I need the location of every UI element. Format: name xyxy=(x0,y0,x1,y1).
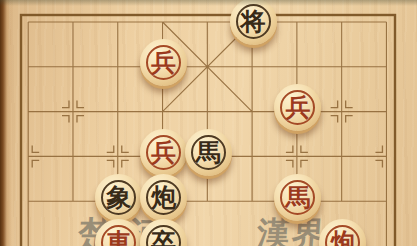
piece-black-elephant[interactable]: 象 xyxy=(95,174,142,221)
piece-ring: 兵 xyxy=(280,90,315,125)
piece-black-cannon[interactable]: 炮 xyxy=(140,174,187,221)
piece-glyph-chariot: 車 xyxy=(106,230,131,246)
piece-red-soldier[interactable]: 兵 xyxy=(140,39,187,86)
piece-ring: 馬 xyxy=(280,180,315,215)
piece-ring: 兵 xyxy=(146,45,181,80)
piece-ring: 馬 xyxy=(191,135,226,170)
piece-glyph-soldier: 卒 xyxy=(151,230,176,246)
piece-black-general[interactable]: 将 xyxy=(230,0,277,45)
xiangqi-board[interactable]: 楚河 漢界 将兵兵兵馬象炮馬車卒炮 xyxy=(0,0,417,246)
board-grid xyxy=(0,0,417,246)
piece-black-horse[interactable]: 馬 xyxy=(185,129,232,176)
piece-glyph-general: 将 xyxy=(241,9,266,34)
piece-glyph-soldier: 兵 xyxy=(285,95,310,120)
piece-glyph-horse: 馬 xyxy=(196,140,221,165)
piece-glyph-cannon: 炮 xyxy=(151,185,176,210)
piece-ring: 兵 xyxy=(146,135,181,170)
piece-red-soldier[interactable]: 兵 xyxy=(140,129,187,176)
piece-glyph-horse: 馬 xyxy=(285,185,310,210)
piece-ring: 象 xyxy=(101,180,136,215)
piece-ring: 炮 xyxy=(325,225,360,246)
piece-ring: 車 xyxy=(101,225,136,246)
piece-glyph-soldier: 兵 xyxy=(151,50,176,75)
piece-glyph-elephant: 象 xyxy=(106,185,131,210)
piece-ring: 炮 xyxy=(146,180,181,215)
piece-red-horse[interactable]: 馬 xyxy=(274,174,321,221)
piece-ring: 卒 xyxy=(146,225,181,246)
piece-glyph-soldier: 兵 xyxy=(151,140,176,165)
piece-ring: 将 xyxy=(236,4,271,39)
piece-glyph-cannon: 炮 xyxy=(330,230,355,246)
